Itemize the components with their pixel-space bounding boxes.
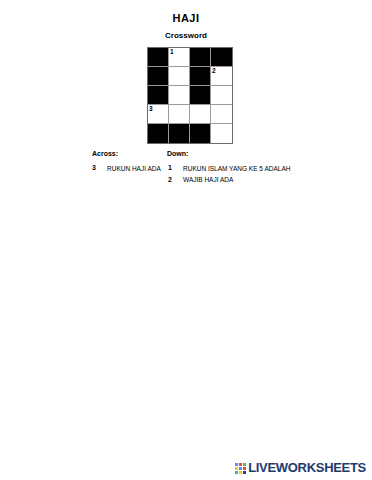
- liveworksheets-logo[interactable]: LIVEWORKSHEETS: [235, 460, 366, 475]
- down-clue-1: 1RUKUN ISLAM YANG KE 5 ADALAH: [168, 164, 290, 172]
- grid-cell-r2c1: [148, 67, 169, 86]
- clue-number: 2: [168, 176, 183, 184]
- grid-cell-r1c2[interactable]: 1: [169, 48, 190, 67]
- across-clue-list: 3RUKUN HAJI ADA: [92, 164, 161, 176]
- across-clue-3: 3RUKUN HAJI ADA: [92, 164, 161, 172]
- grid-cell-r4c1[interactable]: 3: [148, 105, 169, 124]
- cell-number: 1: [170, 48, 174, 55]
- across-heading: Across:: [92, 150, 118, 157]
- page-title: HAJI: [0, 12, 372, 24]
- clue-number: 3: [92, 164, 107, 172]
- grid-cell-r1c4: [211, 48, 232, 67]
- grid-cell-r3c1: [148, 86, 169, 105]
- down-clue-list: 1RUKUN ISLAM YANG KE 5 ADALAH2WAJIB HAJI…: [168, 164, 290, 187]
- crossword-grid: 123: [147, 47, 233, 144]
- grid-cell-r3c4[interactable]: [211, 86, 232, 105]
- grid-cell-r1c1: [148, 48, 169, 67]
- page-subtitle: Crossword: [0, 31, 372, 40]
- grid-cell-r4c3[interactable]: [190, 105, 211, 124]
- grid-cell-r2c2[interactable]: [169, 67, 190, 86]
- clue-text: RUKUN ISLAM YANG KE 5 ADALAH: [183, 164, 290, 172]
- grid-cell-r5c3: [190, 124, 211, 143]
- grid-cell-r1c3: [190, 48, 211, 67]
- grid-cell-r2c3: [190, 67, 211, 86]
- grid-cell-r3c2[interactable]: [169, 86, 190, 105]
- grid-cell-r2c4[interactable]: 2: [211, 67, 232, 86]
- grid-cell-r4c2[interactable]: [169, 105, 190, 124]
- grid-cell-r3c3: [190, 86, 211, 105]
- clue-number: 1: [168, 164, 183, 172]
- clue-text: WAJIB HAJI ADA: [183, 176, 233, 184]
- liveworksheets-logo-text: LIVEWORKSHEETS: [248, 460, 366, 475]
- down-heading: Down:: [167, 150, 188, 157]
- grid-cell-r5c2: [169, 124, 190, 143]
- down-clue-2: 2WAJIB HAJI ADA: [168, 176, 290, 184]
- liveworksheets-waffle-icon: [235, 463, 246, 474]
- grid-cell-r5c1: [148, 124, 169, 143]
- clue-text: RUKUN HAJI ADA: [107, 164, 161, 172]
- cell-number: 3: [149, 105, 153, 112]
- grid-cell-r5c4[interactable]: [211, 124, 232, 143]
- worksheet-page: HAJI Crossword 123 Across: Down: 3RUKUN …: [0, 0, 372, 480]
- grid-cell-r4c4[interactable]: [211, 105, 232, 124]
- cell-number: 2: [212, 67, 216, 74]
